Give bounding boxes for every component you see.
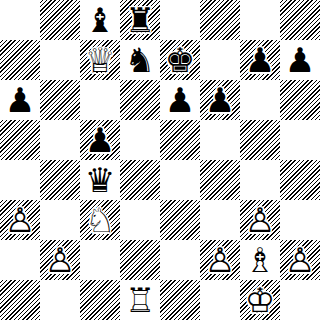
black-knight-glyph: ♞ bbox=[120, 40, 160, 80]
square-f3[interactable] bbox=[200, 200, 240, 240]
square-g6[interactable] bbox=[240, 80, 280, 120]
square-d2[interactable] bbox=[120, 240, 160, 280]
square-d7[interactable]: ♞ bbox=[120, 40, 160, 80]
white-knight-outline-glyph: ♘ bbox=[80, 200, 120, 240]
white-bishop-outline-glyph: ♗ bbox=[240, 240, 280, 280]
square-c6[interactable] bbox=[80, 80, 120, 120]
black-pawn-glyph: ♟ bbox=[200, 80, 240, 120]
square-g5[interactable] bbox=[240, 120, 280, 160]
square-e6[interactable]: ♟ bbox=[160, 80, 200, 120]
white-queen-outline-glyph: ♕ bbox=[80, 40, 120, 80]
square-b1[interactable] bbox=[40, 280, 80, 320]
square-c4[interactable]: ♛ bbox=[80, 160, 120, 200]
square-e1[interactable] bbox=[160, 280, 200, 320]
piece-black-bishop[interactable]: ♝ bbox=[80, 0, 120, 40]
square-a7[interactable] bbox=[0, 40, 40, 80]
square-d4[interactable] bbox=[120, 160, 160, 200]
square-d6[interactable] bbox=[120, 80, 160, 120]
square-e2[interactable] bbox=[160, 240, 200, 280]
white-pawn-outline-glyph: ♙ bbox=[40, 240, 80, 280]
square-b2[interactable]: ♟♙ bbox=[40, 240, 80, 280]
white-rook-outline-glyph: ♖ bbox=[120, 280, 160, 320]
square-g2[interactable]: ♝♗ bbox=[240, 240, 280, 280]
piece-white-pawn[interactable]: ♟♙ bbox=[280, 240, 320, 280]
square-b8[interactable] bbox=[40, 0, 80, 40]
square-f2[interactable]: ♟♙ bbox=[200, 240, 240, 280]
white-pawn-outline-glyph: ♙ bbox=[200, 240, 240, 280]
square-b6[interactable] bbox=[40, 80, 80, 120]
square-a8[interactable] bbox=[0, 0, 40, 40]
square-a2[interactable] bbox=[0, 240, 40, 280]
square-f1[interactable] bbox=[200, 280, 240, 320]
piece-white-rook[interactable]: ♜♖ bbox=[120, 280, 160, 320]
chess-board: ♝♜♛♕♞♚♟♟♟♟♟♟♛♟♙♞♘♟♙♟♙♟♙♝♗♟♙♜♖♚♔ bbox=[0, 0, 320, 320]
square-h5[interactable] bbox=[280, 120, 320, 160]
piece-white-bishop[interactable]: ♝♗ bbox=[240, 240, 280, 280]
square-d8[interactable]: ♜ bbox=[120, 0, 160, 40]
square-c7[interactable]: ♛♕ bbox=[80, 40, 120, 80]
black-king-glyph: ♚ bbox=[160, 40, 200, 80]
black-pawn-glyph: ♟ bbox=[240, 40, 280, 80]
black-bishop-glyph: ♝ bbox=[80, 0, 120, 40]
square-d5[interactable] bbox=[120, 120, 160, 160]
piece-black-pawn[interactable]: ♟ bbox=[0, 80, 40, 120]
square-f6[interactable]: ♟ bbox=[200, 80, 240, 120]
piece-white-knight[interactable]: ♞♘ bbox=[80, 200, 120, 240]
square-h4[interactable] bbox=[280, 160, 320, 200]
piece-black-pawn[interactable]: ♟ bbox=[240, 40, 280, 80]
piece-white-queen[interactable]: ♛♕ bbox=[80, 40, 120, 80]
black-pawn-glyph: ♟ bbox=[160, 80, 200, 120]
piece-white-pawn[interactable]: ♟♙ bbox=[0, 200, 40, 240]
piece-black-rook[interactable]: ♜ bbox=[120, 0, 160, 40]
piece-black-queen[interactable]: ♛ bbox=[80, 160, 120, 200]
square-h1[interactable] bbox=[280, 280, 320, 320]
square-e4[interactable] bbox=[160, 160, 200, 200]
black-rook-glyph: ♜ bbox=[120, 0, 160, 40]
square-f4[interactable] bbox=[200, 160, 240, 200]
square-a3[interactable]: ♟♙ bbox=[0, 200, 40, 240]
square-c2[interactable] bbox=[80, 240, 120, 280]
square-g8[interactable] bbox=[240, 0, 280, 40]
piece-white-pawn[interactable]: ♟♙ bbox=[40, 240, 80, 280]
square-e3[interactable] bbox=[160, 200, 200, 240]
piece-white-pawn[interactable]: ♟♙ bbox=[200, 240, 240, 280]
white-pawn-outline-glyph: ♙ bbox=[240, 200, 280, 240]
square-h7[interactable]: ♟ bbox=[280, 40, 320, 80]
square-c1[interactable] bbox=[80, 280, 120, 320]
square-a1[interactable] bbox=[0, 280, 40, 320]
square-e5[interactable] bbox=[160, 120, 200, 160]
piece-white-king[interactable]: ♚♔ bbox=[240, 280, 280, 320]
square-d1[interactable]: ♜♖ bbox=[120, 280, 160, 320]
white-pawn-outline-glyph: ♙ bbox=[280, 240, 320, 280]
piece-black-pawn[interactable]: ♟ bbox=[280, 40, 320, 80]
black-pawn-glyph: ♟ bbox=[0, 80, 40, 120]
square-g3[interactable]: ♟♙ bbox=[240, 200, 280, 240]
square-c8[interactable]: ♝ bbox=[80, 0, 120, 40]
square-f5[interactable] bbox=[200, 120, 240, 160]
black-pawn-glyph: ♟ bbox=[80, 120, 120, 160]
piece-white-pawn[interactable]: ♟♙ bbox=[240, 200, 280, 240]
square-h2[interactable]: ♟♙ bbox=[280, 240, 320, 280]
square-f7[interactable] bbox=[200, 40, 240, 80]
square-f8[interactable] bbox=[200, 0, 240, 40]
piece-black-pawn[interactable]: ♟ bbox=[80, 120, 120, 160]
piece-black-knight[interactable]: ♞ bbox=[120, 40, 160, 80]
square-c5[interactable]: ♟ bbox=[80, 120, 120, 160]
square-e8[interactable] bbox=[160, 0, 200, 40]
square-a5[interactable] bbox=[0, 120, 40, 160]
square-b5[interactable] bbox=[40, 120, 80, 160]
black-pawn-glyph: ♟ bbox=[280, 40, 320, 80]
piece-black-pawn[interactable]: ♟ bbox=[200, 80, 240, 120]
square-h8[interactable] bbox=[280, 0, 320, 40]
piece-black-pawn[interactable]: ♟ bbox=[160, 80, 200, 120]
square-d3[interactable] bbox=[120, 200, 160, 240]
black-queen-glyph: ♛ bbox=[80, 160, 120, 200]
square-c3[interactable]: ♞♘ bbox=[80, 200, 120, 240]
square-b7[interactable] bbox=[40, 40, 80, 80]
square-b3[interactable] bbox=[40, 200, 80, 240]
square-g7[interactable]: ♟ bbox=[240, 40, 280, 80]
white-king-outline-glyph: ♔ bbox=[240, 280, 280, 320]
square-a4[interactable] bbox=[0, 160, 40, 200]
white-pawn-outline-glyph: ♙ bbox=[0, 200, 40, 240]
square-h3[interactable] bbox=[280, 200, 320, 240]
square-a6[interactable]: ♟ bbox=[0, 80, 40, 120]
square-g1[interactable]: ♚♔ bbox=[240, 280, 280, 320]
square-b4[interactable] bbox=[40, 160, 80, 200]
square-e7[interactable]: ♚ bbox=[160, 40, 200, 80]
piece-black-king[interactable]: ♚ bbox=[160, 40, 200, 80]
square-h6[interactable] bbox=[280, 80, 320, 120]
square-g4[interactable] bbox=[240, 160, 280, 200]
